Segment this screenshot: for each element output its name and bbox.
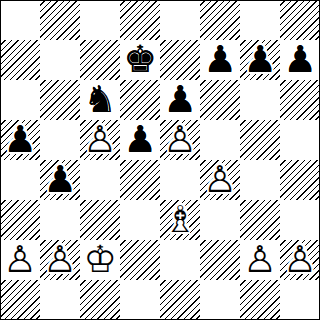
- square-f6[interactable]: [200, 80, 240, 120]
- white-pawn: ♟♙: [160, 120, 200, 160]
- square-e3[interactable]: ♝♗: [160, 200, 200, 240]
- square-e2[interactable]: [160, 240, 200, 280]
- square-b8[interactable]: [40, 0, 80, 40]
- white-king: ♚♔: [80, 240, 120, 280]
- square-h8[interactable]: [280, 0, 320, 40]
- square-b6[interactable]: [40, 80, 80, 120]
- square-d5[interactable]: ♟♟: [120, 120, 160, 160]
- square-d8[interactable]: [120, 0, 160, 40]
- square-e8[interactable]: [160, 0, 200, 40]
- square-c7[interactable]: [80, 40, 120, 80]
- square-f8[interactable]: [200, 0, 240, 40]
- black-pawn: ♟♟: [0, 120, 40, 160]
- square-e4[interactable]: [160, 160, 200, 200]
- white-pawn: ♟♙: [280, 240, 320, 280]
- square-b1[interactable]: [40, 280, 80, 320]
- piece-glyph: ♟: [120, 120, 160, 160]
- piece-glyph: ♙: [200, 160, 240, 200]
- piece-glyph: ♚: [120, 40, 160, 80]
- square-d7[interactable]: ♚♚: [120, 40, 160, 80]
- piece-glyph: ♙: [40, 240, 80, 280]
- piece-glyph: ♙: [280, 240, 320, 280]
- square-b7[interactable]: [40, 40, 80, 80]
- white-pawn: ♟♙: [40, 240, 80, 280]
- square-d1[interactable]: [120, 280, 160, 320]
- square-d4[interactable]: [120, 160, 160, 200]
- black-pawn: ♟♟: [40, 160, 80, 200]
- square-a1[interactable]: [0, 280, 40, 320]
- square-g3[interactable]: [240, 200, 280, 240]
- square-h3[interactable]: [280, 200, 320, 240]
- chess-board: ♚♚♟♟♟♟♟♟♞♞♟♟♟♟♟♙♟♟♟♙♟♟♟♙♝♗♟♙♟♙♚♔♟♙♟♙: [0, 0, 320, 320]
- square-g4[interactable]: [240, 160, 280, 200]
- square-b4[interactable]: ♟♟: [40, 160, 80, 200]
- piece-glyph: ♔: [80, 240, 120, 280]
- square-h4[interactable]: [280, 160, 320, 200]
- square-g8[interactable]: [240, 0, 280, 40]
- square-d3[interactable]: [120, 200, 160, 240]
- piece-glyph: ♟: [0, 120, 40, 160]
- square-f2[interactable]: [200, 240, 240, 280]
- white-pawn: ♟♙: [240, 240, 280, 280]
- square-d2[interactable]: [120, 240, 160, 280]
- black-pawn: ♟♟: [240, 40, 280, 80]
- square-e7[interactable]: [160, 40, 200, 80]
- piece-glyph: ♟: [280, 40, 320, 80]
- white-pawn: ♟♙: [0, 240, 40, 280]
- piece-glyph: ♙: [0, 240, 40, 280]
- square-c4[interactable]: [80, 160, 120, 200]
- square-h6[interactable]: [280, 80, 320, 120]
- square-h5[interactable]: [280, 120, 320, 160]
- piece-glyph: ♙: [240, 240, 280, 280]
- square-a7[interactable]: [0, 40, 40, 80]
- piece-glyph: ♙: [80, 120, 120, 160]
- square-b5[interactable]: [40, 120, 80, 160]
- square-h2[interactable]: ♟♙: [280, 240, 320, 280]
- piece-glyph: ♟: [160, 80, 200, 120]
- square-c3[interactable]: [80, 200, 120, 240]
- square-g6[interactable]: [240, 80, 280, 120]
- square-a2[interactable]: ♟♙: [0, 240, 40, 280]
- square-c1[interactable]: [80, 280, 120, 320]
- square-a6[interactable]: [0, 80, 40, 120]
- square-f1[interactable]: [200, 280, 240, 320]
- square-c5[interactable]: ♟♙: [80, 120, 120, 160]
- white-pawn: ♟♙: [80, 120, 120, 160]
- square-f3[interactable]: [200, 200, 240, 240]
- square-b3[interactable]: [40, 200, 80, 240]
- square-a3[interactable]: [0, 200, 40, 240]
- square-c6[interactable]: ♞♞: [80, 80, 120, 120]
- black-pawn: ♟♟: [280, 40, 320, 80]
- square-h1[interactable]: [280, 280, 320, 320]
- piece-glyph: ♟: [200, 40, 240, 80]
- piece-glyph: ♟: [240, 40, 280, 80]
- square-f7[interactable]: ♟♟: [200, 40, 240, 80]
- black-knight: ♞♞: [80, 80, 120, 120]
- square-a8[interactable]: [0, 0, 40, 40]
- square-g1[interactable]: [240, 280, 280, 320]
- black-pawn: ♟♟: [200, 40, 240, 80]
- square-e6[interactable]: ♟♟: [160, 80, 200, 120]
- black-king: ♚♚: [120, 40, 160, 80]
- square-e1[interactable]: [160, 280, 200, 320]
- black-pawn: ♟♟: [160, 80, 200, 120]
- white-bishop: ♝♗: [160, 200, 200, 240]
- square-c2[interactable]: ♚♔: [80, 240, 120, 280]
- square-h7[interactable]: ♟♟: [280, 40, 320, 80]
- piece-glyph: ♟: [40, 160, 80, 200]
- white-pawn: ♟♙: [200, 160, 240, 200]
- square-d6[interactable]: [120, 80, 160, 120]
- square-f5[interactable]: [200, 120, 240, 160]
- square-f4[interactable]: ♟♙: [200, 160, 240, 200]
- square-a5[interactable]: ♟♟: [0, 120, 40, 160]
- piece-glyph: ♙: [160, 120, 200, 160]
- square-b2[interactable]: ♟♙: [40, 240, 80, 280]
- square-g5[interactable]: [240, 120, 280, 160]
- piece-glyph: ♗: [160, 200, 200, 240]
- black-pawn: ♟♟: [120, 120, 160, 160]
- square-a4[interactable]: [0, 160, 40, 200]
- piece-glyph: ♞: [80, 80, 120, 120]
- square-e5[interactable]: ♟♙: [160, 120, 200, 160]
- square-c8[interactable]: [80, 0, 120, 40]
- square-g2[interactable]: ♟♙: [240, 240, 280, 280]
- square-g7[interactable]: ♟♟: [240, 40, 280, 80]
